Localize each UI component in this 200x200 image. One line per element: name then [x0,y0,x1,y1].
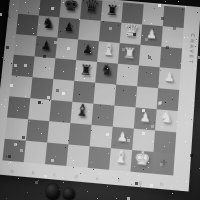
square-c8: ♚ [59,0,82,19]
captured-black-piece-2 [63,188,75,200]
square-f5 [116,64,139,87]
square-e1 [88,146,111,170]
black-rook-d5: ♜ [79,62,93,77]
white-pawn-h5: ♟ [164,70,176,83]
square-h2 [153,130,176,153]
white-king-g1: ♚ [133,148,151,168]
square-d7 [78,19,101,41]
square-f1: ♝ [109,148,132,172]
square-e8: ♜ [101,1,123,23]
square-g7: ♟ [140,24,162,46]
square-g5 [137,66,160,89]
black-knight-b7: ♞ [41,16,56,32]
black-knight-e5: ♞ [100,62,115,78]
square-a6 [14,34,37,56]
board-grid: ♚♛♜♞♟♛♟♟♟♝♜♜♞♟♝♟♞♟♝♚⚜ [2,0,185,175]
square-a1 [2,139,26,162]
square-d8: ♛ [80,0,102,21]
file-label-a: a [1,168,23,175]
square-c3 [49,100,72,123]
corner-emblem-icon: ⚜ [157,156,169,171]
white-pawn-f2: ♟ [117,130,129,143]
square-d2 [68,123,91,146]
square-b7: ♞ [37,16,60,38]
square-g6 [139,45,161,67]
white-queen-f7: ♛ [123,20,140,39]
square-c7: ♟ [57,17,80,39]
square-b4 [30,77,53,100]
square-h7 [161,26,183,48]
square-f7: ♛ [120,23,142,45]
square-b6: ♟ [35,36,58,58]
square-b1 [24,141,47,164]
square-h3: ♞ [155,109,178,132]
board-edge-stamp: CHAVET [188,33,196,65]
white-bishop-e6: ♝ [101,41,117,58]
square-b3 [28,98,51,121]
black-pawn-c7: ♟ [63,20,75,33]
square-g4 [136,86,159,109]
square-a5 [12,55,35,78]
file-label-e: e [87,175,109,182]
square-a3 [7,96,30,119]
white-rook-f6: ♜ [123,45,137,60]
square-d5: ♜ [74,60,97,83]
square-f4 [114,85,137,108]
square-e5: ♞ [95,62,118,85]
photo-grain [0,0,1,1]
square-d3: ♝ [70,102,93,125]
file-label-b: b [22,169,44,176]
square-h8 [163,6,185,28]
black-queen-d8: ♛ [83,0,100,15]
square-g3: ♟ [134,107,157,130]
file-label-c: c [44,171,66,178]
file-label-f: f [108,177,130,184]
white-knight-h3: ♞ [159,110,174,126]
file-label-g: g [129,179,151,186]
square-g1: ♚ [130,150,153,174]
chessboard-photo: ♚♛♜♞♟♛♟♟♟♝♜♜♞♟♝♟♞♟♝♚⚜ CHAVET abcdefgh [0,0,200,200]
captured-black-piece-1 [46,184,60,200]
square-c2 [47,121,70,144]
square-e4 [93,83,116,106]
file-label-h: h [151,181,173,188]
square-g8 [142,4,164,26]
black-bishop-d3: ♝ [74,102,90,119]
square-f3 [113,106,136,129]
square-a2 [5,117,28,140]
square-b5 [32,56,55,79]
square-c5 [53,58,76,81]
square-c1 [45,143,68,166]
white-pawn-g7: ♟ [146,27,158,40]
black-pawn-b6: ♟ [40,39,52,52]
black-king-c8: ♚ [62,0,79,14]
file-label-d: d [65,173,87,180]
square-d1 [66,144,89,167]
square-e2 [90,125,113,148]
square-a7 [16,14,39,36]
square-h1: ⚜ [152,152,175,176]
white-bishop-f1: ♝ [113,148,129,166]
black-rook-e8: ♜ [105,2,118,17]
square-a4 [9,75,32,98]
square-h5: ♟ [158,67,180,90]
square-b2 [26,119,49,142]
square-c4 [51,79,74,102]
square-c6 [55,38,78,60]
square-e3 [92,104,115,127]
black-pawn-d6: ♟ [82,42,94,55]
square-f6: ♜ [118,43,141,65]
chess-board: ♚♛♜♞♟♛♟♟♟♝♜♜♞♟♝♟♞♟♝♚⚜ CHAVET abcdefgh [0,0,200,192]
square-h6 [160,47,182,69]
white-pawn-g3: ♟ [140,110,152,123]
square-d6: ♟ [76,39,99,61]
